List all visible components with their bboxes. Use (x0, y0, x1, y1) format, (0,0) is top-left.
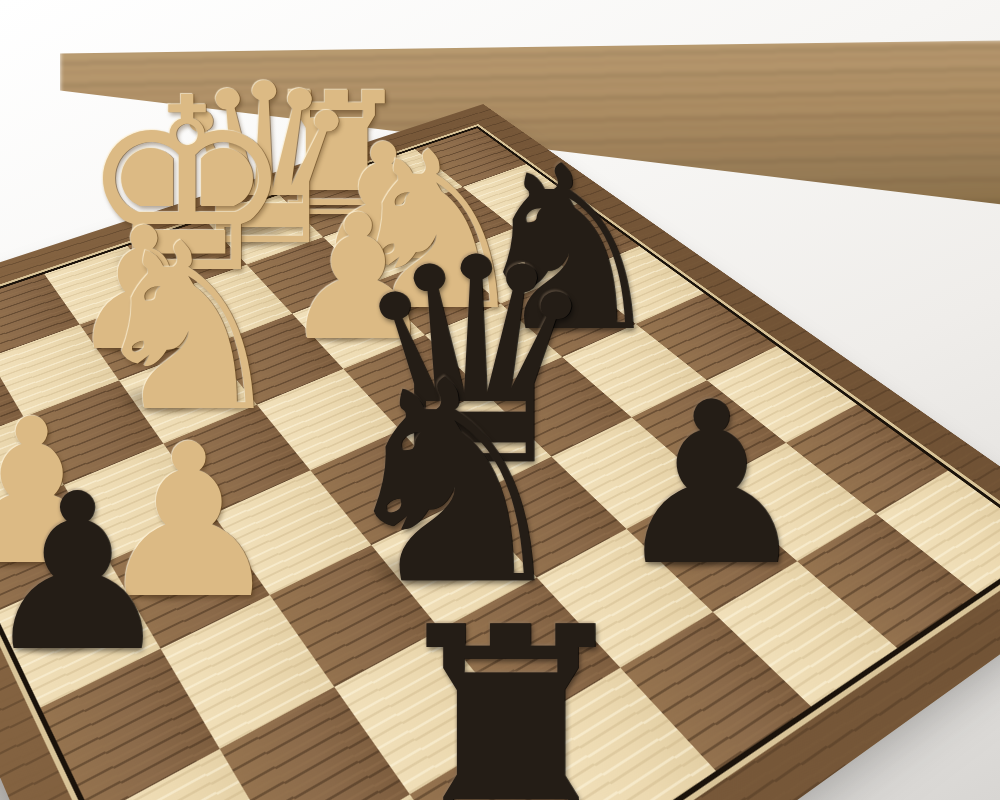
piece-black-rook-f8[interactable]: ♜ (377, 597, 645, 800)
square-h7[interactable] (93, 749, 289, 800)
piece-black-pawn-c7[interactable]: ♟ (611, 380, 812, 593)
square-d8[interactable] (620, 612, 811, 771)
piece-black-pawn-h5[interactable]: ♟ (0, 471, 174, 677)
square-b8[interactable] (797, 514, 977, 648)
photo-backdrop: ♜♛♟♚♞♞♟♟♞♛♟♟♞♟♟♜ (0, 0, 1000, 800)
square-a8[interactable] (875, 470, 1000, 594)
